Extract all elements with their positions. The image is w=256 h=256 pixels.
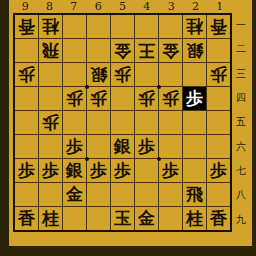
- square-56[interactable]: 銀: [111, 135, 134, 158]
- square-93[interactable]: 歩: [15, 63, 38, 86]
- square-87[interactable]: 歩: [39, 159, 62, 182]
- gote-桂-piece: 桂: [42, 18, 59, 35]
- sente-銀-piece: 銀: [114, 138, 131, 155]
- square-21[interactable]: 桂: [183, 15, 206, 38]
- square-85[interactable]: 歩: [39, 111, 62, 134]
- gote-銀-piece: 銀: [90, 66, 107, 83]
- square-18[interactable]: [207, 183, 230, 206]
- gote-歩-piece: 歩: [18, 66, 35, 83]
- square-15[interactable]: [207, 111, 230, 134]
- square-98[interactable]: [15, 183, 38, 206]
- square-38[interactable]: [159, 183, 182, 206]
- square-39[interactable]: [159, 207, 182, 230]
- gote-歩-piece: 歩: [42, 114, 59, 131]
- square-35[interactable]: [159, 111, 182, 134]
- square-49[interactable]: 金: [135, 207, 158, 230]
- rank-label-9: 九: [233, 208, 249, 232]
- sente-歩-piece: 歩: [186, 90, 203, 107]
- square-86[interactable]: [39, 135, 62, 158]
- file-label-2: 2: [183, 0, 207, 13]
- square-23[interactable]: [183, 63, 206, 86]
- square-47[interactable]: [135, 159, 158, 182]
- square-81[interactable]: 桂: [39, 15, 62, 38]
- square-57[interactable]: 歩: [111, 159, 134, 182]
- file-label-1: 1: [208, 0, 232, 13]
- sente-玉-piece: 玉: [114, 210, 131, 227]
- square-24[interactable]: 歩: [183, 87, 206, 110]
- square-65[interactable]: [87, 111, 110, 134]
- square-17[interactable]: 歩: [207, 159, 230, 182]
- file-label-5: 5: [110, 0, 134, 13]
- square-99[interactable]: 香: [15, 207, 38, 230]
- square-91[interactable]: 香: [15, 15, 38, 38]
- square-25[interactable]: [183, 111, 206, 134]
- square-55[interactable]: [111, 111, 134, 134]
- sente-歩-piece: 歩: [42, 162, 59, 179]
- square-19[interactable]: 香: [207, 207, 230, 230]
- gote-飛-piece: 飛: [42, 42, 59, 59]
- square-32[interactable]: 金: [159, 39, 182, 62]
- square-31[interactable]: [159, 15, 182, 38]
- square-74[interactable]: 歩: [63, 87, 86, 110]
- file-labels: 987654321: [13, 0, 232, 13]
- star-point: [157, 85, 161, 89]
- star-point: [85, 157, 89, 161]
- square-48[interactable]: [135, 183, 158, 206]
- sente-歩-piece: 歩: [66, 138, 83, 155]
- square-13[interactable]: 歩: [207, 63, 230, 86]
- square-97[interactable]: 歩: [15, 159, 38, 182]
- rank-labels: 一二三四五六七八九: [233, 13, 249, 232]
- sente-金-piece: 金: [66, 186, 83, 203]
- square-73[interactable]: [63, 63, 86, 86]
- rank-label-2: 二: [233, 37, 249, 61]
- square-84[interactable]: [39, 87, 62, 110]
- square-72[interactable]: [63, 39, 86, 62]
- square-77[interactable]: 銀: [63, 159, 86, 182]
- square-45[interactable]: [135, 111, 158, 134]
- square-69[interactable]: [87, 207, 110, 230]
- square-83[interactable]: [39, 63, 62, 86]
- gote-香-piece: 香: [18, 18, 35, 35]
- sente-歩-piece: 歩: [18, 162, 35, 179]
- square-16[interactable]: [207, 135, 230, 158]
- square-62[interactable]: [87, 39, 110, 62]
- rank-label-4: 四: [233, 86, 249, 110]
- gote-銀-piece: 銀: [186, 42, 203, 59]
- square-27[interactable]: [183, 159, 206, 182]
- square-54[interactable]: [111, 87, 134, 110]
- square-26[interactable]: [183, 135, 206, 158]
- gote-香-piece: 香: [210, 18, 227, 35]
- gote-歩-piece: 歩: [162, 90, 179, 107]
- square-43[interactable]: [135, 63, 158, 86]
- square-34[interactable]: 歩: [159, 87, 182, 110]
- rank-label-1: 一: [233, 13, 249, 37]
- square-41[interactable]: [135, 15, 158, 38]
- rank-label-3: 三: [233, 62, 249, 86]
- square-42[interactable]: 王: [135, 39, 158, 62]
- square-89[interactable]: 桂: [39, 207, 62, 230]
- file-label-3: 3: [159, 0, 183, 13]
- square-96[interactable]: [15, 135, 38, 158]
- file-label-4: 4: [135, 0, 159, 13]
- square-88[interactable]: [39, 183, 62, 206]
- square-79[interactable]: [63, 207, 86, 230]
- square-29[interactable]: 桂: [183, 207, 206, 230]
- sente-金-piece: 金: [138, 210, 155, 227]
- square-67[interactable]: 歩: [87, 159, 110, 182]
- square-51[interactable]: [111, 15, 134, 38]
- square-68[interactable]: [87, 183, 110, 206]
- shogi-screenshot: 987654321 一二三四五六七八九 香桂桂香飛金王金銀歩銀歩歩歩歩歩歩歩歩歩…: [0, 0, 256, 256]
- square-46[interactable]: 歩: [135, 135, 158, 158]
- gote-歩-piece: 歩: [138, 90, 155, 107]
- square-82[interactable]: 飛: [39, 39, 62, 62]
- gote-金-piece: 金: [114, 42, 131, 59]
- square-94[interactable]: [15, 87, 38, 110]
- square-22[interactable]: 銀: [183, 39, 206, 62]
- square-33[interactable]: [159, 63, 182, 86]
- square-66[interactable]: [87, 135, 110, 158]
- square-36[interactable]: [159, 135, 182, 158]
- gote-歩-piece: 歩: [90, 90, 107, 107]
- square-58[interactable]: [111, 183, 134, 206]
- sente-歩-piece: 歩: [114, 162, 131, 179]
- rank-label-5: 五: [233, 110, 249, 134]
- square-63[interactable]: 銀: [87, 63, 110, 86]
- sente-歩-piece: 歩: [210, 162, 227, 179]
- square-78[interactable]: 金: [63, 183, 86, 206]
- square-64[interactable]: 歩: [87, 87, 110, 110]
- square-14[interactable]: [207, 87, 230, 110]
- sente-桂-piece: 桂: [186, 210, 203, 227]
- file-label-9: 9: [13, 0, 37, 13]
- gote-王-piece: 王: [138, 42, 155, 59]
- sente-香-piece: 香: [210, 210, 227, 227]
- star-point: [85, 85, 89, 89]
- sente-歩-piece: 歩: [162, 162, 179, 179]
- square-71[interactable]: [63, 15, 86, 38]
- sente-歩-piece: 歩: [90, 162, 107, 179]
- rank-label-6: 六: [233, 135, 249, 159]
- file-label-6: 6: [86, 0, 110, 13]
- square-11[interactable]: 香: [207, 15, 230, 38]
- sente-香-piece: 香: [18, 210, 35, 227]
- rank-label-8: 八: [233, 183, 249, 207]
- gote-歩-piece: 歩: [114, 66, 131, 83]
- square-75[interactable]: [63, 111, 86, 134]
- square-92[interactable]: [15, 39, 38, 62]
- square-61[interactable]: [87, 15, 110, 38]
- square-53[interactable]: 歩: [111, 63, 134, 86]
- gote-歩-piece: 歩: [210, 66, 227, 83]
- gote-歩-piece: 歩: [66, 90, 83, 107]
- square-76[interactable]: 歩: [63, 135, 86, 158]
- sente-銀-piece: 銀: [66, 162, 83, 179]
- star-point: [157, 157, 161, 161]
- shogi-board: 香桂桂香飛金王金銀歩銀歩歩歩歩歩歩歩歩歩銀歩歩歩銀歩歩歩歩金飛香桂玉金桂香: [13, 13, 232, 232]
- sente-歩-piece: 歩: [138, 138, 155, 155]
- square-59[interactable]: 玉: [111, 207, 134, 230]
- square-12[interactable]: [207, 39, 230, 62]
- sente-桂-piece: 桂: [42, 210, 59, 227]
- square-52[interactable]: 金: [111, 39, 134, 62]
- square-37[interactable]: 歩: [159, 159, 182, 182]
- gote-金-piece: 金: [162, 42, 179, 59]
- file-label-7: 7: [62, 0, 86, 13]
- square-95[interactable]: [15, 111, 38, 134]
- file-label-8: 8: [37, 0, 61, 13]
- gote-桂-piece: 桂: [186, 18, 203, 35]
- rank-label-7: 七: [233, 159, 249, 183]
- square-28[interactable]: 飛: [183, 183, 206, 206]
- square-44[interactable]: 歩: [135, 87, 158, 110]
- sente-飛-piece: 飛: [186, 186, 203, 203]
